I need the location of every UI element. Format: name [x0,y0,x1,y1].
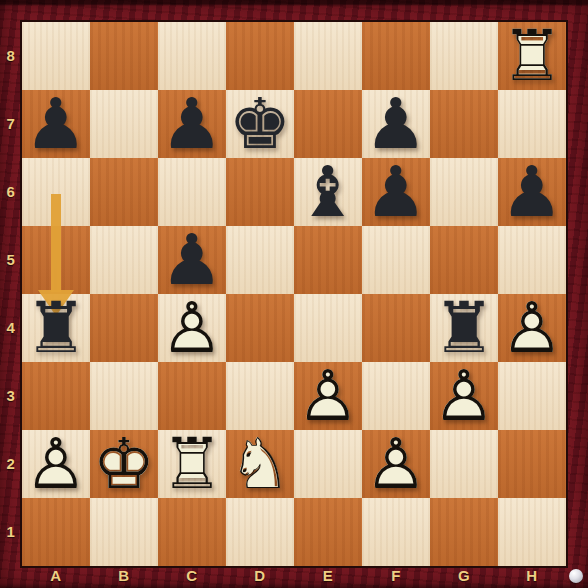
square-d6[interactable] [226,158,294,226]
board-frame: ♜♖♟♟♚♟♝♟♟♟♜♟♙♜♟♙♟♙♟♙♟♙♚♔♜♖♞♘♟♙ 87654321 … [0,0,588,588]
square-a2[interactable]: ♟♙ [22,430,90,498]
square-g5[interactable] [430,226,498,294]
black-pawn-c5: ♟ [158,226,226,294]
piece-fill-glyph: ♟ [362,158,430,226]
square-f6[interactable]: ♟ [362,158,430,226]
square-b6[interactable] [90,158,158,226]
piece-outline-glyph: ♖ [498,22,566,90]
square-h2[interactable] [498,430,566,498]
white-pawn-c4: ♟♙ [158,294,226,362]
square-a4[interactable]: ♜ [22,294,90,362]
square-h7[interactable] [498,90,566,158]
board: ♜♖♟♟♚♟♝♟♟♟♜♟♙♜♟♙♟♙♟♙♟♙♚♔♜♖♞♘♟♙ [22,22,566,566]
square-a7[interactable]: ♟ [22,90,90,158]
square-f3[interactable] [362,362,430,430]
square-a5[interactable] [22,226,90,294]
square-e1[interactable] [294,498,362,566]
square-a8[interactable] [22,22,90,90]
square-b4[interactable] [90,294,158,362]
white-pawn-f2: ♟♙ [362,430,430,498]
file-label-a: A [22,564,90,588]
piece-fill-glyph: ♜ [430,294,498,362]
black-rook-g4: ♜ [430,294,498,362]
square-e5[interactable] [294,226,362,294]
black-pawn-c7: ♟ [158,90,226,158]
piece-outline-glyph: ♙ [294,362,362,430]
square-b2[interactable]: ♚♔ [90,430,158,498]
piece-fill-glyph: ♟ [362,90,430,158]
white-pawn-g3: ♟♙ [430,362,498,430]
piece-fill-glyph: ♟ [498,158,566,226]
square-b8[interactable] [90,22,158,90]
square-d1[interactable] [226,498,294,566]
black-pawn-f6: ♟ [362,158,430,226]
square-g2[interactable] [430,430,498,498]
square-a1[interactable] [22,498,90,566]
square-c7[interactable]: ♟ [158,90,226,158]
square-e8[interactable] [294,22,362,90]
piece-outline-glyph: ♙ [22,430,90,498]
rank-label-2: 2 [0,430,22,498]
square-d7[interactable]: ♚ [226,90,294,158]
square-e7[interactable] [294,90,362,158]
piece-outline-glyph: ♙ [430,362,498,430]
piece-outline-glyph: ♘ [226,430,294,498]
piece-outline-glyph: ♙ [158,294,226,362]
square-c5[interactable]: ♟ [158,226,226,294]
square-g8[interactable] [430,22,498,90]
rank-label-7: 7 [0,90,22,158]
file-label-b: B [90,564,158,588]
square-c4[interactable]: ♟♙ [158,294,226,362]
square-d2[interactable]: ♞♘ [226,430,294,498]
square-e3[interactable]: ♟♙ [294,362,362,430]
square-f8[interactable] [362,22,430,90]
square-g1[interactable] [430,498,498,566]
square-h4[interactable]: ♟♙ [498,294,566,362]
white-rook-h8: ♜♖ [498,22,566,90]
rank-label-6: 6 [0,158,22,226]
piece-fill-glyph: ♟ [22,90,90,158]
rank-label-1: 1 [0,498,22,566]
white-pawn-e3: ♟♙ [294,362,362,430]
black-bishop-e6: ♝ [294,158,362,226]
file-label-g: G [430,564,498,588]
square-d4[interactable] [226,294,294,362]
square-e4[interactable] [294,294,362,362]
black-pawn-f7: ♟ [362,90,430,158]
square-b1[interactable] [90,498,158,566]
piece-fill-glyph: ♝ [294,158,362,226]
rank-label-5: 5 [0,226,22,294]
square-d5[interactable] [226,226,294,294]
black-rook-a4: ♜ [22,294,90,362]
square-h1[interactable] [498,498,566,566]
square-f2[interactable]: ♟♙ [362,430,430,498]
square-c8[interactable] [158,22,226,90]
white-rook-c2: ♜♖ [158,430,226,498]
square-g3[interactable]: ♟♙ [430,362,498,430]
rank-label-3: 3 [0,362,22,430]
square-f1[interactable] [362,498,430,566]
file-label-h: H [498,564,566,588]
file-label-c: C [158,564,226,588]
black-pawn-a7: ♟ [22,90,90,158]
piece-fill-glyph: ♜ [22,294,90,362]
square-f5[interactable] [362,226,430,294]
file-label-e: E [294,564,362,588]
rank-label-4: 4 [0,294,22,362]
square-b5[interactable] [90,226,158,294]
square-g4[interactable]: ♜ [430,294,498,362]
piece-fill-glyph: ♟ [158,226,226,294]
square-b3[interactable] [90,362,158,430]
square-c1[interactable] [158,498,226,566]
square-h8[interactable]: ♜♖ [498,22,566,90]
square-b7[interactable] [90,90,158,158]
square-d8[interactable] [226,22,294,90]
square-a6[interactable] [22,158,90,226]
square-d3[interactable] [226,362,294,430]
piece-fill-glyph: ♚ [226,90,294,158]
piece-outline-glyph: ♔ [90,430,158,498]
square-f4[interactable] [362,294,430,362]
square-g7[interactable] [430,90,498,158]
square-h6[interactable]: ♟ [498,158,566,226]
piece-fill-glyph: ♟ [158,90,226,158]
square-e6[interactable]: ♝ [294,158,362,226]
rank-label-8: 8 [0,22,22,90]
square-c3[interactable] [158,362,226,430]
square-h5[interactable] [498,226,566,294]
white-pawn-a2: ♟♙ [22,430,90,498]
square-g6[interactable] [430,158,498,226]
white-pawn-h4: ♟♙ [498,294,566,362]
square-c6[interactable] [158,158,226,226]
black-king-d7: ♚ [226,90,294,158]
piece-outline-glyph: ♙ [498,294,566,362]
square-c2[interactable]: ♜♖ [158,430,226,498]
square-a3[interactable] [22,362,90,430]
white-knight-d2: ♞♘ [226,430,294,498]
piece-outline-glyph: ♖ [158,430,226,498]
square-f7[interactable]: ♟ [362,90,430,158]
piece-outline-glyph: ♙ [362,430,430,498]
black-pawn-h6: ♟ [498,158,566,226]
square-h3[interactable] [498,362,566,430]
corner-ball-decoration [569,569,583,583]
file-label-f: F [362,564,430,588]
square-e2[interactable] [294,430,362,498]
white-king-b2: ♚♔ [90,430,158,498]
file-label-d: D [226,564,294,588]
